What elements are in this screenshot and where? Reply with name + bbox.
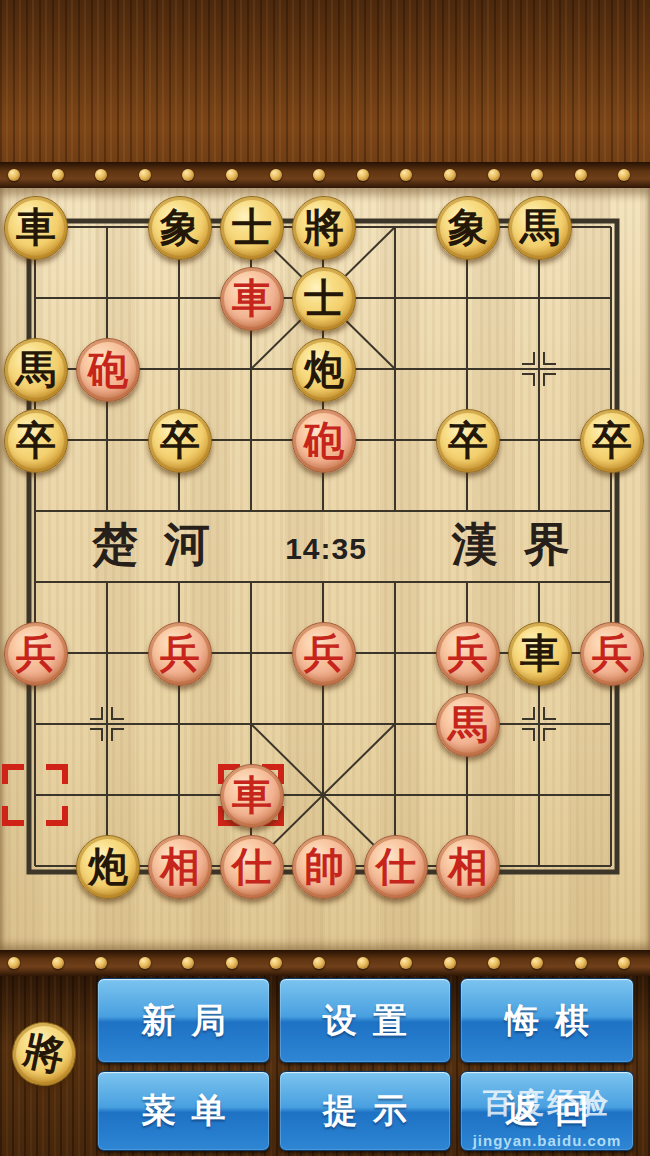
stud-icon <box>618 169 630 181</box>
stud-icon <box>95 169 107 181</box>
stud-icon <box>95 957 107 969</box>
piece-red-chariot[interactable]: 車 <box>220 764 284 828</box>
stud-icon <box>226 957 238 969</box>
stud-icon <box>270 169 282 181</box>
piece-black-general[interactable]: 將 <box>292 196 356 260</box>
new-game-label: 新局 <box>142 998 242 1044</box>
piece-black-cannon[interactable]: 炮 <box>292 338 356 402</box>
piece-black-soldier[interactable]: 卒 <box>148 409 212 473</box>
xiangqi-game-screen: 楚河 14:35 漢界 將 新局 设置 悔棋 菜单 提示 返回 百度经验 jin… <box>0 0 650 1156</box>
stud-icon <box>488 169 500 181</box>
piece-red-chariot[interactable]: 車 <box>220 267 284 331</box>
piece-red-advisor[interactable]: 仕 <box>364 835 428 899</box>
stud-icon <box>531 169 543 181</box>
piece-red-elephant[interactable]: 相 <box>148 835 212 899</box>
piece-red-horse[interactable]: 馬 <box>436 693 500 757</box>
new-game-button[interactable]: 新局 <box>97 978 270 1063</box>
stud-icon <box>313 957 325 969</box>
piece-black-soldier[interactable]: 卒 <box>4 409 68 473</box>
stud-icon <box>357 169 369 181</box>
settings-label: 设置 <box>323 998 423 1044</box>
stud-icon <box>400 169 412 181</box>
piece-black-chariot[interactable]: 車 <box>508 622 572 686</box>
stud-icon <box>313 169 325 181</box>
control-buttons: 新局 设置 悔棋 菜单 提示 返回 百度经验 jingyan.baidu.com <box>97 978 634 1151</box>
undo-label: 悔棋 <box>505 998 605 1044</box>
piece-red-cannon[interactable]: 砲 <box>76 338 140 402</box>
stud-icon <box>52 169 64 181</box>
stud-icon <box>575 957 587 969</box>
stud-icon <box>182 957 194 969</box>
stud-icon <box>8 957 20 969</box>
piece-red-soldier[interactable]: 兵 <box>436 622 500 686</box>
settings-button[interactable]: 设置 <box>279 978 451 1063</box>
piece-red-cannon[interactable]: 砲 <box>292 409 356 473</box>
piece-black-chariot[interactable]: 車 <box>4 196 68 260</box>
stud-icon <box>139 957 151 969</box>
piece-red-advisor[interactable]: 仕 <box>220 835 284 899</box>
menu-button[interactable]: 菜单 <box>97 1071 270 1151</box>
stud-icon <box>531 957 543 969</box>
river-label-chu: 楚河 <box>92 519 236 571</box>
piece-black-cannon[interactable]: 炮 <box>76 835 140 899</box>
piece-red-general[interactable]: 帥 <box>292 835 356 899</box>
stud-icon <box>444 957 456 969</box>
piece-black-elephant[interactable]: 象 <box>436 196 500 260</box>
back-button[interactable]: 返回 百度经验 jingyan.baidu.com <box>460 1071 634 1151</box>
game-timer: 14:35 <box>276 532 376 566</box>
stud-icon <box>357 957 369 969</box>
piece-red-soldier[interactable]: 兵 <box>292 622 356 686</box>
hint-label: 提示 <box>323 1088 423 1134</box>
stud-icon <box>400 957 412 969</box>
stud-icon <box>226 169 238 181</box>
stud-icon <box>618 957 630 969</box>
river-label-han: 漢界 <box>452 519 596 571</box>
piece-red-elephant[interactable]: 相 <box>436 835 500 899</box>
undo-button[interactable]: 悔棋 <box>460 978 634 1063</box>
stud-band-bottom <box>0 950 650 976</box>
stud-icon <box>182 169 194 181</box>
piece-black-advisor[interactable]: 士 <box>292 267 356 331</box>
piece-red-soldier[interactable]: 兵 <box>148 622 212 686</box>
stud-icon <box>575 169 587 181</box>
piece-black-horse[interactable]: 馬 <box>508 196 572 260</box>
stud-icon <box>488 957 500 969</box>
stud-icon <box>8 169 20 181</box>
hint-button[interactable]: 提示 <box>279 1071 451 1151</box>
piece-black-elephant[interactable]: 象 <box>148 196 212 260</box>
back-label: 返回 <box>505 1088 605 1134</box>
stud-icon <box>444 169 456 181</box>
piece-red-soldier[interactable]: 兵 <box>4 622 68 686</box>
piece-black-soldier[interactable]: 卒 <box>580 409 644 473</box>
stud-icon <box>139 169 151 181</box>
stud-band-top <box>0 162 650 188</box>
stud-icon <box>52 957 64 969</box>
piece-black-advisor[interactable]: 士 <box>220 196 284 260</box>
stud-icon <box>270 957 282 969</box>
piece-black-soldier[interactable]: 卒 <box>436 409 500 473</box>
watermark-url: jingyan.baidu.com <box>461 1132 633 1149</box>
piece-red-soldier[interactable]: 兵 <box>580 622 644 686</box>
last-move-from-marker <box>2 764 68 826</box>
menu-label: 菜单 <box>142 1088 242 1134</box>
piece-black-horse[interactable]: 馬 <box>4 338 68 402</box>
